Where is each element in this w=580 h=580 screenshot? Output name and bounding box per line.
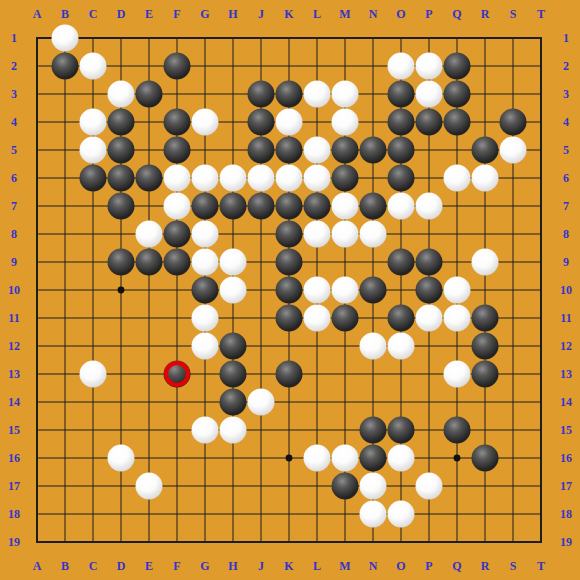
col-label-top-N: N	[369, 8, 378, 20]
col-label-bottom-H: H	[228, 560, 237, 572]
stone-black-N16	[360, 445, 387, 472]
row-label-right-10: 10	[560, 284, 572, 296]
col-label-top-C: C	[89, 8, 98, 20]
row-label-right-16: 16	[560, 452, 572, 464]
row-label-left-7: 7	[11, 200, 17, 212]
stone-white-G9	[192, 249, 219, 276]
col-label-top-L: L	[313, 8, 321, 20]
stone-white-D16	[108, 445, 135, 472]
row-label-right-2: 2	[563, 60, 569, 72]
stone-white-G8	[192, 221, 219, 248]
stone-white-J6	[248, 165, 275, 192]
col-label-top-F: F	[173, 8, 180, 20]
stone-white-H9	[220, 249, 247, 276]
stone-black-C6	[80, 165, 107, 192]
stone-white-M16	[332, 445, 359, 472]
row-label-right-7: 7	[563, 200, 569, 212]
stone-black-F2	[164, 53, 191, 80]
stone-black-M17	[332, 473, 359, 500]
stone-white-G4	[192, 109, 219, 136]
stone-black-M5	[332, 137, 359, 164]
stone-white-P17	[416, 473, 443, 500]
stone-black-F13	[164, 361, 191, 388]
row-label-left-18: 18	[8, 508, 20, 520]
stone-black-K8	[276, 221, 303, 248]
stone-white-G12	[192, 333, 219, 360]
col-label-bottom-Q: Q	[452, 560, 461, 572]
col-label-bottom-C: C	[89, 560, 98, 572]
stone-black-Q15	[444, 417, 471, 444]
stone-black-D9	[108, 249, 135, 276]
stone-white-O7	[388, 193, 415, 220]
stone-white-C2	[80, 53, 107, 80]
row-label-right-4: 4	[563, 116, 569, 128]
stone-black-F8	[164, 221, 191, 248]
row-label-left-13: 13	[8, 368, 20, 380]
row-label-left-6: 6	[11, 172, 17, 184]
stone-black-O4	[388, 109, 415, 136]
stone-white-H15	[220, 417, 247, 444]
col-label-bottom-M: M	[339, 560, 350, 572]
stone-black-K5	[276, 137, 303, 164]
stone-black-Q3	[444, 81, 471, 108]
stone-black-P4	[416, 109, 443, 136]
stone-white-L5	[304, 137, 331, 164]
stone-white-G15	[192, 417, 219, 444]
col-label-bottom-K: K	[284, 560, 293, 572]
stone-black-E9	[136, 249, 163, 276]
stone-white-J14	[248, 389, 275, 416]
stone-black-M11	[332, 305, 359, 332]
stone-black-R11	[472, 305, 499, 332]
stone-white-G6	[192, 165, 219, 192]
stone-black-K9	[276, 249, 303, 276]
stone-black-G10	[192, 277, 219, 304]
stone-white-C5	[80, 137, 107, 164]
row-label-right-12: 12	[560, 340, 572, 352]
stone-black-K10	[276, 277, 303, 304]
row-label-right-15: 15	[560, 424, 572, 436]
col-label-bottom-D: D	[117, 560, 126, 572]
col-label-top-H: H	[228, 8, 237, 20]
stone-white-E17	[136, 473, 163, 500]
row-label-right-5: 5	[563, 144, 569, 156]
star-point-Q16	[454, 455, 461, 462]
col-label-top-P: P	[425, 8, 432, 20]
row-label-right-11: 11	[560, 312, 571, 324]
stone-white-L10	[304, 277, 331, 304]
stone-white-M3	[332, 81, 359, 108]
stone-black-G7	[192, 193, 219, 220]
col-label-top-J: J	[258, 8, 264, 20]
col-label-bottom-A: A	[33, 560, 42, 572]
row-label-right-1: 1	[563, 32, 569, 44]
col-label-top-R: R	[481, 8, 490, 20]
stone-black-N15	[360, 417, 387, 444]
row-label-left-10: 10	[8, 284, 20, 296]
stone-black-J3	[248, 81, 275, 108]
stone-white-O12	[388, 333, 415, 360]
stone-black-J7	[248, 193, 275, 220]
stone-white-R6	[472, 165, 499, 192]
col-label-bottom-S: S	[510, 560, 517, 572]
stone-white-S5	[500, 137, 527, 164]
row-label-left-8: 8	[11, 228, 17, 240]
col-label-bottom-B: B	[61, 560, 69, 572]
stone-white-M7	[332, 193, 359, 220]
col-label-top-B: B	[61, 8, 69, 20]
row-label-right-18: 18	[560, 508, 572, 520]
stone-white-L16	[304, 445, 331, 472]
col-label-top-A: A	[33, 8, 42, 20]
stone-white-O2	[388, 53, 415, 80]
row-label-left-19: 19	[8, 536, 20, 548]
stone-black-J5	[248, 137, 275, 164]
stone-white-P2	[416, 53, 443, 80]
row-label-left-2: 2	[11, 60, 17, 72]
stone-white-Q13	[444, 361, 471, 388]
row-label-right-13: 13	[560, 368, 572, 380]
stone-black-M6	[332, 165, 359, 192]
col-label-top-O: O	[396, 8, 405, 20]
stone-white-K6	[276, 165, 303, 192]
stone-black-O5	[388, 137, 415, 164]
stone-white-N12	[360, 333, 387, 360]
stone-white-K4	[276, 109, 303, 136]
col-label-bottom-G: G	[200, 560, 209, 572]
stone-white-M8	[332, 221, 359, 248]
row-label-left-5: 5	[11, 144, 17, 156]
stone-white-Q11	[444, 305, 471, 332]
col-label-top-Q: Q	[452, 8, 461, 20]
stone-white-C13	[80, 361, 107, 388]
row-label-right-17: 17	[560, 480, 572, 492]
go-board[interactable]: AABBCCDDEEFFGGHHJJKKLLMMNNOOPPQQRRSSTT11…	[0, 0, 580, 580]
stone-black-F9	[164, 249, 191, 276]
stone-white-R9	[472, 249, 499, 276]
col-label-top-M: M	[339, 8, 350, 20]
row-label-right-6: 6	[563, 172, 569, 184]
col-label-top-S: S	[510, 8, 517, 20]
stone-black-O3	[388, 81, 415, 108]
stone-white-C4	[80, 109, 107, 136]
stone-white-L6	[304, 165, 331, 192]
stone-black-H7	[220, 193, 247, 220]
stone-black-D5	[108, 137, 135, 164]
stone-white-O18	[388, 501, 415, 528]
row-label-right-8: 8	[563, 228, 569, 240]
row-label-right-14: 14	[560, 396, 572, 408]
stone-black-F5	[164, 137, 191, 164]
stone-white-O16	[388, 445, 415, 472]
stone-black-R5	[472, 137, 499, 164]
stone-black-E3	[136, 81, 163, 108]
stone-white-P3	[416, 81, 443, 108]
stone-black-O6	[388, 165, 415, 192]
stone-white-B1	[52, 25, 79, 52]
stone-white-L8	[304, 221, 331, 248]
stone-white-M10	[332, 277, 359, 304]
stone-white-Q6	[444, 165, 471, 192]
stone-black-S4	[500, 109, 527, 136]
row-label-right-19: 19	[560, 536, 572, 548]
col-label-bottom-T: T	[537, 560, 545, 572]
col-label-top-T: T	[537, 8, 545, 20]
col-label-bottom-O: O	[396, 560, 405, 572]
stone-black-D6	[108, 165, 135, 192]
stone-black-O11	[388, 305, 415, 332]
stone-black-R12	[472, 333, 499, 360]
star-point-K16	[286, 455, 293, 462]
stone-black-H12	[220, 333, 247, 360]
stone-white-L3	[304, 81, 331, 108]
stone-black-B2	[52, 53, 79, 80]
row-label-right-9: 9	[563, 256, 569, 268]
stone-white-P11	[416, 305, 443, 332]
stone-white-F7	[164, 193, 191, 220]
stone-black-K13	[276, 361, 303, 388]
stone-white-M4	[332, 109, 359, 136]
stone-black-Q4	[444, 109, 471, 136]
row-label-left-14: 14	[8, 396, 20, 408]
stone-black-F4	[164, 109, 191, 136]
stone-black-R16	[472, 445, 499, 472]
stone-black-P10	[416, 277, 443, 304]
row-label-left-12: 12	[8, 340, 20, 352]
stone-black-E6	[136, 165, 163, 192]
stone-white-N18	[360, 501, 387, 528]
stone-white-H6	[220, 165, 247, 192]
stone-black-K7	[276, 193, 303, 220]
col-label-bottom-L: L	[313, 560, 321, 572]
stone-black-P9	[416, 249, 443, 276]
col-label-top-G: G	[200, 8, 209, 20]
star-point-D10	[118, 287, 125, 294]
stone-black-L7	[304, 193, 331, 220]
stone-black-J4	[248, 109, 275, 136]
row-label-left-4: 4	[11, 116, 17, 128]
stone-black-H14	[220, 389, 247, 416]
row-label-left-15: 15	[8, 424, 20, 436]
col-label-top-D: D	[117, 8, 126, 20]
col-label-bottom-R: R	[481, 560, 490, 572]
row-label-left-11: 11	[8, 312, 19, 324]
stone-black-O15	[388, 417, 415, 444]
stone-white-Q10	[444, 277, 471, 304]
stone-white-N17	[360, 473, 387, 500]
col-label-bottom-E: E	[145, 560, 153, 572]
row-label-left-17: 17	[8, 480, 20, 492]
stone-white-P7	[416, 193, 443, 220]
row-label-left-1: 1	[11, 32, 17, 44]
stone-black-H13	[220, 361, 247, 388]
stone-white-L11	[304, 305, 331, 332]
stone-white-D3	[108, 81, 135, 108]
col-label-bottom-J: J	[258, 560, 264, 572]
stone-white-F6	[164, 165, 191, 192]
stone-black-D7	[108, 193, 135, 220]
stone-white-N8	[360, 221, 387, 248]
col-label-top-K: K	[284, 8, 293, 20]
col-label-bottom-P: P	[425, 560, 432, 572]
col-label-top-E: E	[145, 8, 153, 20]
stone-black-O9	[388, 249, 415, 276]
stone-black-D4	[108, 109, 135, 136]
stone-black-N5	[360, 137, 387, 164]
row-label-left-16: 16	[8, 452, 20, 464]
stone-black-Q2	[444, 53, 471, 80]
row-label-left-9: 9	[11, 256, 17, 268]
stone-white-E8	[136, 221, 163, 248]
col-label-bottom-F: F	[173, 560, 180, 572]
stone-white-G11	[192, 305, 219, 332]
stone-black-K3	[276, 81, 303, 108]
row-label-left-3: 3	[11, 88, 17, 100]
stone-white-H10	[220, 277, 247, 304]
row-label-right-3: 3	[563, 88, 569, 100]
stone-black-N7	[360, 193, 387, 220]
stone-black-K11	[276, 305, 303, 332]
col-label-bottom-N: N	[369, 560, 378, 572]
stone-black-R13	[472, 361, 499, 388]
stone-black-N10	[360, 277, 387, 304]
